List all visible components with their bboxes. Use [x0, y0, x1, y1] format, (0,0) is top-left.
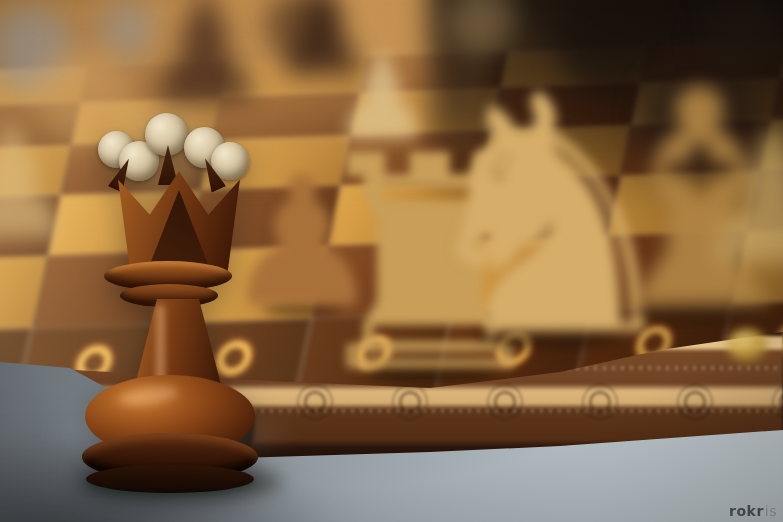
- queen-stem: [103, 299, 253, 387]
- watermark-suffix: is: [765, 503, 777, 519]
- black-queen-piece: [78, 105, 263, 485]
- white-pawn-far-right: ♟: [691, 110, 783, 290]
- queen-base-rim: [86, 465, 254, 493]
- queen-stem-highlight: [156, 305, 165, 383]
- brass-clasp: [727, 329, 767, 361]
- white-pawn-far-left: ♟: [0, 111, 79, 261]
- chess-photo-scene: ♟♟♟♟♟♜♞♝♟ rokris: [0, 0, 783, 522]
- watermark-text: rokr: [729, 503, 764, 519]
- queen-crown-ball: [145, 113, 188, 156]
- watermark: rokris: [729, 503, 777, 519]
